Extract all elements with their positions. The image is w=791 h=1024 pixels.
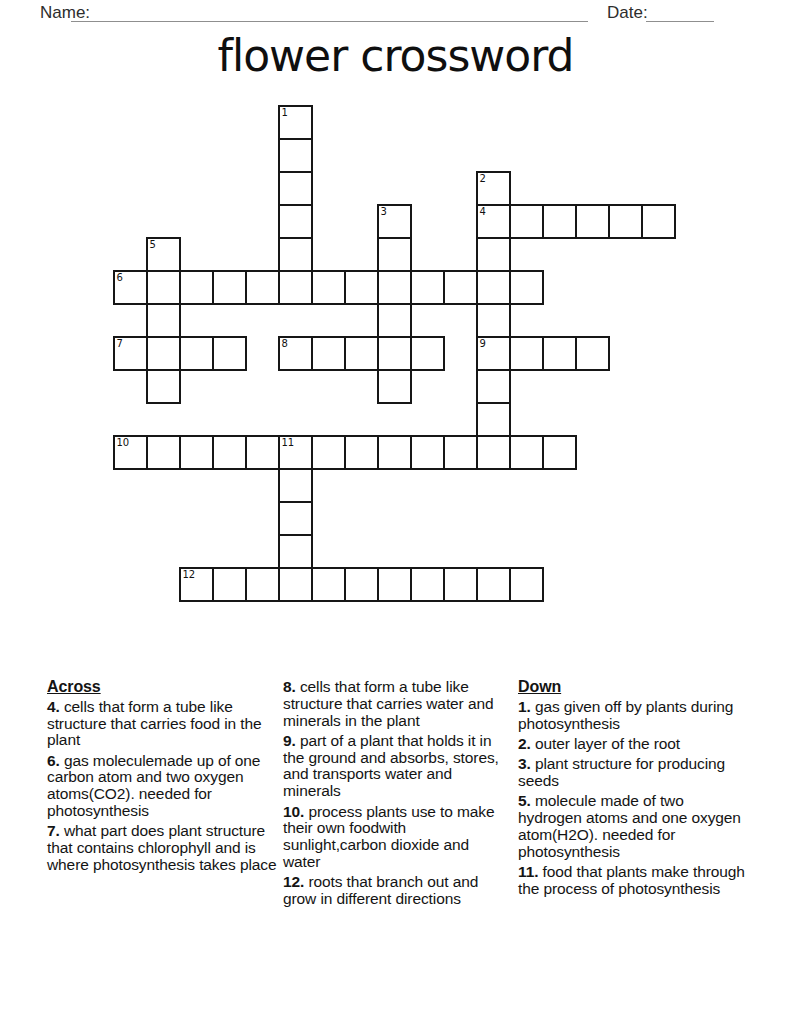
grid-void: [180, 304, 213, 337]
grid-void: [180, 172, 213, 205]
grid-void: [312, 469, 345, 502]
grid-cell-r3c11[interactable]: 4: [477, 205, 510, 238]
worksheet-page: Name: Date: flower crossword 12345678910…: [0, 0, 791, 1024]
grid-cell-r14c3[interactable]: [213, 568, 246, 601]
grid-cell-r10c0[interactable]: 10: [114, 436, 147, 469]
grid-cell-r8c8[interactable]: [378, 370, 411, 403]
grid-void: [279, 370, 312, 403]
grid-cell-r14c7[interactable]: [345, 568, 378, 601]
grid-cell-r5c6[interactable]: [312, 271, 345, 304]
grid-void: [411, 502, 444, 535]
grid-void: [576, 172, 609, 205]
grid-void: [609, 502, 642, 535]
grid-void: [642, 238, 675, 271]
grid-cell-r3c8[interactable]: 3: [378, 205, 411, 238]
grid-void: [246, 304, 279, 337]
grid-void: [180, 469, 213, 502]
clue-across-12: 12. roots that branch out and grow in di…: [283, 874, 509, 908]
grid-cell-r10c12[interactable]: [510, 436, 543, 469]
grid-void: [642, 502, 675, 535]
grid-void: [114, 205, 147, 238]
grid-cell-r7c11[interactable]: 9: [477, 337, 510, 370]
grid-void: [378, 469, 411, 502]
grid-void: [180, 370, 213, 403]
grid-cell-r5c8[interactable]: [378, 271, 411, 304]
clue-number-5: 5: [150, 239, 156, 250]
grid-void: [510, 502, 543, 535]
grid-void: [609, 469, 642, 502]
clue-number-6: 6: [117, 272, 123, 283]
grid-void: [609, 535, 642, 568]
grid-cell-r7c14[interactable]: [576, 337, 609, 370]
grid-cell-r14c4[interactable]: [246, 568, 279, 601]
grid-cell-r10c2[interactable]: [180, 436, 213, 469]
grid-void: [411, 304, 444, 337]
grid-cell-r10c9[interactable]: [411, 436, 444, 469]
grid-cell-r3c15[interactable]: [609, 205, 642, 238]
grid-void: [246, 337, 279, 370]
grid-void: [279, 304, 312, 337]
grid-void: [642, 436, 675, 469]
grid-cell-r14c10[interactable]: [444, 568, 477, 601]
grid-void: [345, 139, 378, 172]
grid-void: [312, 370, 345, 403]
grid-void: [114, 139, 147, 172]
grid-cell-r14c5[interactable]: [279, 568, 312, 601]
grid-void: [576, 106, 609, 139]
grid-void: [642, 403, 675, 436]
grid-cell-r7c1[interactable]: [147, 337, 180, 370]
grid-void: [444, 106, 477, 139]
grid-void: [411, 403, 444, 436]
grid-void: [180, 205, 213, 238]
grid-void: [609, 172, 642, 205]
grid-cell-r7c9[interactable]: [411, 337, 444, 370]
grid-void: [378, 172, 411, 205]
grid-cell-r5c7[interactable]: [345, 271, 378, 304]
grid-void: [246, 139, 279, 172]
grid-cell-r10c3[interactable]: [213, 436, 246, 469]
clue-across-9: 9. part of a plant that holds it in the …: [283, 733, 509, 800]
grid-cell-r9c11[interactable]: [477, 403, 510, 436]
grid-void: [411, 469, 444, 502]
grid-void: [609, 106, 642, 139]
grid-cell-r10c10[interactable]: [444, 436, 477, 469]
grid-void: [345, 238, 378, 271]
grid-void: [609, 436, 642, 469]
grid-void: [213, 106, 246, 139]
grid-void: [411, 238, 444, 271]
grid-void: [510, 403, 543, 436]
grid-cell-r3c12[interactable]: [510, 205, 543, 238]
clue-across-8: 8. cells that form a tube like structure…: [283, 679, 509, 729]
grid-cell-r5c10[interactable]: [444, 271, 477, 304]
grid-void: [147, 568, 180, 601]
grid-cell-r7c0[interactable]: 7: [114, 337, 147, 370]
clue-number-10: 10: [117, 437, 130, 448]
clue-number-9: 9: [480, 338, 486, 349]
grid-void: [411, 139, 444, 172]
grid-void: [543, 370, 576, 403]
grid-void: [114, 568, 147, 601]
grid-void: [114, 469, 147, 502]
crossword-grid: 123456789101112: [114, 106, 675, 601]
grid-void: [609, 304, 642, 337]
grid-void: [576, 304, 609, 337]
grid-void: [345, 370, 378, 403]
grid-void: [246, 205, 279, 238]
clue-down-3: 3. plant structure for producing seeds: [518, 756, 750, 790]
grid-cell-r11c5[interactable]: [279, 469, 312, 502]
grid-void: [576, 403, 609, 436]
grid-void: [609, 403, 642, 436]
grid-void: [180, 238, 213, 271]
clue-number-7: 7: [117, 338, 123, 349]
clue-number-12: 12: [183, 569, 196, 580]
grid-cell-r10c4[interactable]: [246, 436, 279, 469]
grid-cell-r2c5[interactable]: [279, 172, 312, 205]
grid-void: [147, 469, 180, 502]
grid-void: [114, 370, 147, 403]
grid-void: [576, 535, 609, 568]
grid-cell-r5c0[interactable]: 6: [114, 271, 147, 304]
grid-void: [642, 370, 675, 403]
grid-cell-r13c5[interactable]: [279, 535, 312, 568]
grid-void: [609, 271, 642, 304]
grid-cell-r3c14[interactable]: [576, 205, 609, 238]
grid-void: [543, 238, 576, 271]
grid-cell-r10c13[interactable]: [543, 436, 576, 469]
grid-void: [576, 238, 609, 271]
grid-cell-r8c11[interactable]: [477, 370, 510, 403]
grid-void: [180, 535, 213, 568]
date-label: Date:: [607, 3, 648, 23]
grid-void: [642, 172, 675, 205]
grid-void: [642, 469, 675, 502]
grid-void: [312, 502, 345, 535]
grid-void: [213, 535, 246, 568]
grid-cell-r14c8[interactable]: [378, 568, 411, 601]
grid-cell-r7c3[interactable]: [213, 337, 246, 370]
grid-cell-r10c7[interactable]: [345, 436, 378, 469]
grid-void: [444, 370, 477, 403]
grid-void: [312, 106, 345, 139]
grid-void: [213, 172, 246, 205]
grid-void: [213, 469, 246, 502]
page-title: flower crossword: [0, 30, 791, 82]
grid-cell-r5c1[interactable]: [147, 271, 180, 304]
grid-void: [444, 502, 477, 535]
grid-cell-r7c6[interactable]: [312, 337, 345, 370]
clue-down-5: 5. molecule made of two hydrogen atoms a…: [518, 793, 750, 860]
grid-void: [576, 436, 609, 469]
grid-void: [444, 535, 477, 568]
grid-void: [411, 106, 444, 139]
clue-column-3: Down1. gas given off by plants during ph…: [518, 679, 750, 901]
grid-cell-r14c6[interactable]: [312, 568, 345, 601]
grid-void: [642, 337, 675, 370]
grid-void: [312, 535, 345, 568]
grid-void: [642, 106, 675, 139]
grid-void: [642, 535, 675, 568]
grid-void: [576, 502, 609, 535]
clue-down-1: 1. gas given off by plants during photos…: [518, 699, 750, 733]
grid-void: [246, 370, 279, 403]
grid-void: [147, 403, 180, 436]
grid-void: [609, 568, 642, 601]
grid-void: [345, 304, 378, 337]
grid-void: [213, 403, 246, 436]
grid-cell-r7c7[interactable]: [345, 337, 378, 370]
grid-cell-r4c5[interactable]: [279, 238, 312, 271]
clue-across-4: 4. cells that form a tube like structure…: [47, 699, 279, 749]
grid-cell-r3c16[interactable]: [642, 205, 675, 238]
grid-void: [345, 172, 378, 205]
grid-cell-r8c1[interactable]: [147, 370, 180, 403]
grid-void: [609, 337, 642, 370]
grid-void: [444, 172, 477, 205]
grid-void: [543, 535, 576, 568]
grid-void: [147, 502, 180, 535]
grid-void: [444, 403, 477, 436]
grid-void: [279, 403, 312, 436]
grid-void: [411, 172, 444, 205]
grid-void: [246, 106, 279, 139]
grid-void: [477, 106, 510, 139]
grid-void: [246, 469, 279, 502]
grid-void: [246, 238, 279, 271]
grid-void: [180, 106, 213, 139]
grid-void: [378, 139, 411, 172]
grid-void: [543, 469, 576, 502]
name-label: Name:: [40, 3, 90, 23]
date-input-line[interactable]: [646, 21, 714, 22]
grid-void: [576, 370, 609, 403]
grid-cell-r5c5[interactable]: [279, 271, 312, 304]
grid-void: [213, 205, 246, 238]
grid-void: [510, 139, 543, 172]
grid-void: [477, 139, 510, 172]
grid-cell-r4c11[interactable]: [477, 238, 510, 271]
grid-void: [213, 139, 246, 172]
grid-void: [411, 535, 444, 568]
grid-void: [576, 139, 609, 172]
name-input-line[interactable]: [71, 21, 588, 22]
grid-void: [180, 139, 213, 172]
clue-number-8: 8: [282, 338, 288, 349]
grid-void: [609, 370, 642, 403]
grid-void: [510, 370, 543, 403]
grid-cell-r14c2[interactable]: 12: [180, 568, 213, 601]
grid-void: [147, 205, 180, 238]
grid-void: [312, 139, 345, 172]
grid-cell-r6c8[interactable]: [378, 304, 411, 337]
grid-void: [477, 535, 510, 568]
grid-void: [246, 403, 279, 436]
grid-void: [576, 469, 609, 502]
grid-void: [147, 172, 180, 205]
grid-void: [147, 106, 180, 139]
grid-void: [642, 568, 675, 601]
clue-number-3: 3: [381, 206, 387, 217]
grid-void: [444, 205, 477, 238]
grid-void: [543, 271, 576, 304]
grid-cell-r6c11[interactable]: [477, 304, 510, 337]
grid-void: [246, 502, 279, 535]
grid-void: [246, 172, 279, 205]
grid-void: [642, 304, 675, 337]
clue-down-2: 2. outer layer of the root: [518, 736, 750, 753]
grid-cell-r5c4[interactable]: [246, 271, 279, 304]
grid-void: [114, 106, 147, 139]
grid-void: [312, 238, 345, 271]
grid-void: [510, 172, 543, 205]
grid-void: [114, 403, 147, 436]
grid-void: [312, 205, 345, 238]
grid-void: [444, 469, 477, 502]
grid-cell-r4c1[interactable]: 5: [147, 238, 180, 271]
grid-void: [543, 106, 576, 139]
grid-void: [510, 469, 543, 502]
grid-void: [312, 304, 345, 337]
grid-cell-r7c2[interactable]: [180, 337, 213, 370]
clue-across-10: 10. process plants use to make their own…: [283, 804, 509, 871]
grid-cell-r6c1[interactable]: [147, 304, 180, 337]
grid-void: [114, 502, 147, 535]
grid-void: [147, 535, 180, 568]
down-heading: Down: [518, 679, 750, 696]
grid-cell-r3c13[interactable]: [543, 205, 576, 238]
grid-cell-r5c11[interactable]: [477, 271, 510, 304]
grid-cell-r1c5[interactable]: [279, 139, 312, 172]
clue-column-2: 8. cells that form a tube like structure…: [283, 679, 509, 911]
grid-cell-r10c5[interactable]: 11: [279, 436, 312, 469]
clue-down-11: 11. food that plants make through the pr…: [518, 864, 750, 898]
grid-void: [444, 304, 477, 337]
grid-void: [543, 304, 576, 337]
clue-column-1: Across4. cells that form a tube like str…: [47, 679, 279, 877]
grid-void: [213, 238, 246, 271]
grid-cell-r7c8[interactable]: [378, 337, 411, 370]
grid-void: [642, 271, 675, 304]
grid-void: [543, 172, 576, 205]
grid-cell-r4c8[interactable]: [378, 238, 411, 271]
clue-across-6: 6. gas moleculemade up of one carbon ato…: [47, 753, 279, 820]
across-heading: Across: [47, 679, 279, 696]
grid-void: [246, 535, 279, 568]
grid-void: [642, 139, 675, 172]
grid-cell-r10c8[interactable]: [378, 436, 411, 469]
grid-cell-r7c13[interactable]: [543, 337, 576, 370]
grid-void: [312, 403, 345, 436]
clue-number-2: 2: [480, 173, 486, 184]
grid-void: [444, 238, 477, 271]
grid-void: [147, 139, 180, 172]
grid-void: [114, 172, 147, 205]
grid-void: [543, 502, 576, 535]
grid-void: [477, 502, 510, 535]
grid-void: [180, 403, 213, 436]
grid-void: [378, 535, 411, 568]
grid-void: [378, 502, 411, 535]
grid-void: [345, 469, 378, 502]
grid-void: [114, 535, 147, 568]
grid-void: [345, 535, 378, 568]
grid-void: [576, 568, 609, 601]
grid-void: [180, 502, 213, 535]
grid-void: [114, 238, 147, 271]
grid-cell-r10c11[interactable]: [477, 436, 510, 469]
grid-void: [345, 106, 378, 139]
grid-void: [609, 238, 642, 271]
clue-number-1: 1: [282, 107, 288, 118]
grid-void: [213, 370, 246, 403]
grid-void: [345, 403, 378, 436]
grid-void: [609, 139, 642, 172]
grid-void: [510, 304, 543, 337]
grid-void: [312, 172, 345, 205]
grid-void: [345, 502, 378, 535]
grid-void: [510, 535, 543, 568]
clue-across-7: 7. what part does plant structure that c…: [47, 823, 279, 873]
grid-void: [378, 403, 411, 436]
grid-void: [213, 502, 246, 535]
grid-void: [510, 238, 543, 271]
grid-void: [114, 304, 147, 337]
grid-cell-r14c11[interactable]: [477, 568, 510, 601]
grid-cell-r10c6[interactable]: [312, 436, 345, 469]
grid-cell-r5c3[interactable]: [213, 271, 246, 304]
grid-void: [444, 139, 477, 172]
grid-void: [444, 337, 477, 370]
grid-cell-r14c9[interactable]: [411, 568, 444, 601]
grid-cell-r14c12[interactable]: [510, 568, 543, 601]
grid-cell-r10c1[interactable]: [147, 436, 180, 469]
grid-void: [510, 106, 543, 139]
grid-void: [543, 403, 576, 436]
grid-void: [576, 271, 609, 304]
grid-cell-r3c5[interactable]: [279, 205, 312, 238]
grid-void: [543, 568, 576, 601]
grid-void: [345, 205, 378, 238]
clue-number-11: 11: [282, 437, 295, 448]
grid-void: [411, 205, 444, 238]
grid-cell-r2c11[interactable]: 2: [477, 172, 510, 205]
grid-cell-r5c12[interactable]: [510, 271, 543, 304]
grid-void: [543, 139, 576, 172]
grid-void: [477, 469, 510, 502]
grid-cell-r5c9[interactable]: [411, 271, 444, 304]
clue-number-4: 4: [480, 206, 486, 217]
grid-void: [378, 106, 411, 139]
grid-cell-r7c12[interactable]: [510, 337, 543, 370]
grid-cell-r5c2[interactable]: [180, 271, 213, 304]
grid-cell-r7c5[interactable]: 8: [279, 337, 312, 370]
grid-cell-r0c5[interactable]: 1: [279, 106, 312, 139]
grid-void: [411, 370, 444, 403]
grid-void: [213, 304, 246, 337]
grid-cell-r12c5[interactable]: [279, 502, 312, 535]
